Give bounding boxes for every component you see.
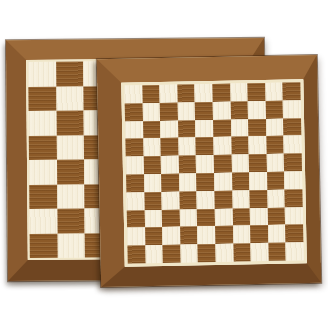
- draughts-board-square: [125, 139, 143, 157]
- draughts-board-square: [265, 83, 283, 101]
- draughts-board-square: [162, 227, 180, 245]
- chess-board-square: [56, 135, 84, 160]
- draughts-board-square: [251, 243, 269, 261]
- chess-board-square: [57, 208, 85, 233]
- draughts-board-square: [267, 189, 285, 207]
- draughts-board-square: [144, 210, 162, 228]
- draughts-board-square: [268, 225, 286, 243]
- draughts-board-square: [215, 208, 233, 226]
- draughts-board-square: [286, 242, 304, 260]
- draughts-board-square: [144, 192, 162, 210]
- chess-board-square: [56, 86, 84, 111]
- draughts-board-square: [195, 120, 213, 138]
- draughts-board-square: [284, 171, 302, 189]
- chess-board-square: [57, 233, 85, 258]
- draughts-board-square: [268, 207, 286, 225]
- draughts-board-square: [145, 245, 163, 263]
- draughts-board-square: [196, 137, 214, 155]
- draughts-board-square: [178, 138, 196, 156]
- chess-board-square: [56, 110, 84, 135]
- draughts-board-square: [285, 225, 303, 243]
- draughts-board-square: [266, 136, 284, 154]
- draughts-board-square: [283, 118, 301, 136]
- draughts-board-square: [143, 156, 161, 174]
- draughts-board-square: [249, 136, 267, 154]
- draughts-board-square: [180, 244, 198, 262]
- chess-board-square: [28, 86, 56, 111]
- draughts-board-square: [163, 245, 181, 263]
- chess-board-square: [57, 159, 85, 184]
- draughts-board-square: [126, 156, 144, 174]
- draughts-board-square: [215, 244, 233, 262]
- draughts-board-square: [195, 102, 213, 120]
- draughts-board-square: [248, 118, 266, 136]
- draughts-board-square: [127, 228, 145, 246]
- draughts-board-square: [142, 103, 160, 121]
- chess-board-square: [29, 135, 57, 160]
- draughts-board-square: [285, 207, 303, 225]
- draughts-board-square: [248, 101, 266, 119]
- draughts-board-square: [213, 119, 231, 137]
- draughts-board-square: [214, 190, 232, 208]
- draughts-board-square: [143, 138, 161, 156]
- draughts-board-square: [215, 226, 233, 244]
- draughts-board-square: [231, 137, 249, 155]
- draughts-board-square: [266, 118, 284, 136]
- draughts-board-square: [178, 155, 196, 173]
- draughts-board-square: [233, 243, 251, 261]
- draughts-board-square: [127, 245, 145, 263]
- draughts-board-square: [179, 173, 197, 191]
- draughts-board-square: [268, 243, 286, 261]
- draughts-board-square: [197, 226, 215, 244]
- draughts-board-square: [180, 209, 198, 227]
- draughts-board-square: [233, 226, 251, 244]
- draughts-board-square: [284, 136, 302, 154]
- chess-board-square: [29, 209, 57, 234]
- draughts-board-square: [195, 84, 213, 102]
- draughts-board-square: [231, 154, 249, 172]
- product-photo-background: [0, 0, 328, 328]
- draughts-board-square: [266, 154, 284, 172]
- draughts-board-square: [142, 85, 160, 103]
- draughts-board-square: [126, 192, 144, 210]
- draughts-board-square: [160, 85, 178, 103]
- draughts-board-square: [196, 173, 214, 191]
- draughts-board-square: [145, 227, 163, 245]
- draughts-board-square: [180, 227, 198, 245]
- draughts-board-square: [196, 155, 214, 173]
- chess-board-square: [28, 62, 56, 87]
- draughts-board-square: [231, 119, 249, 137]
- draughts-board-square: [284, 153, 302, 171]
- draughts-board-square: [250, 225, 268, 243]
- draughts-board-square: [212, 84, 230, 102]
- draughts-board-square: [125, 121, 143, 139]
- draughts-board-square: [283, 100, 301, 118]
- draughts-board-square: [177, 102, 195, 120]
- draughts-board: [97, 55, 321, 287]
- draughts-board-square: [249, 154, 267, 172]
- draughts-board-square: [248, 83, 266, 101]
- draughts-board-square: [197, 191, 215, 209]
- draughts-board-square: [160, 102, 178, 120]
- draughts-board-square: [214, 173, 232, 191]
- draughts-board-square: [161, 174, 179, 192]
- draughts-board-square: [125, 103, 143, 121]
- draughts-board-square: [232, 172, 250, 190]
- draughts-board-square: [144, 174, 162, 192]
- draughts-board-square: [127, 210, 145, 228]
- draughts-board-square: [160, 120, 178, 138]
- draughts-board-square: [197, 208, 215, 226]
- draughts-board-square: [126, 174, 144, 192]
- draughts-board-square: [285, 189, 303, 207]
- draughts-board-square: [230, 101, 248, 119]
- draughts-board-square: [250, 190, 268, 208]
- draughts-board-square: [198, 244, 216, 262]
- draughts-board-square: [213, 137, 231, 155]
- chess-board-square: [30, 233, 58, 258]
- draughts-board-square: [143, 121, 161, 139]
- chess-board-square: [56, 61, 84, 86]
- draughts-board-playing-field: [121, 79, 306, 266]
- draughts-board-square: [162, 191, 180, 209]
- draughts-board-square: [161, 156, 179, 174]
- draughts-board-square: [250, 207, 268, 225]
- draughts-board-square: [177, 84, 195, 102]
- draughts-board-square: [162, 209, 180, 227]
- draughts-board-square: [124, 85, 142, 103]
- chess-board-square: [29, 184, 57, 209]
- draughts-board-square: [179, 191, 197, 209]
- draughts-board-square: [161, 138, 179, 156]
- draughts-board-square: [230, 83, 248, 101]
- chess-board-square: [29, 111, 57, 136]
- chess-board-square: [57, 184, 85, 209]
- draughts-board-square: [232, 208, 250, 226]
- draughts-board-square: [265, 100, 283, 118]
- draughts-board-square: [232, 190, 250, 208]
- draughts-board-square: [249, 172, 267, 190]
- draughts-board-square: [178, 120, 196, 138]
- draughts-board-square: [213, 101, 231, 119]
- draughts-board-square: [267, 172, 285, 190]
- draughts-board-square: [283, 82, 301, 100]
- chess-board-square: [29, 160, 57, 185]
- draughts-board-square: [214, 155, 232, 173]
